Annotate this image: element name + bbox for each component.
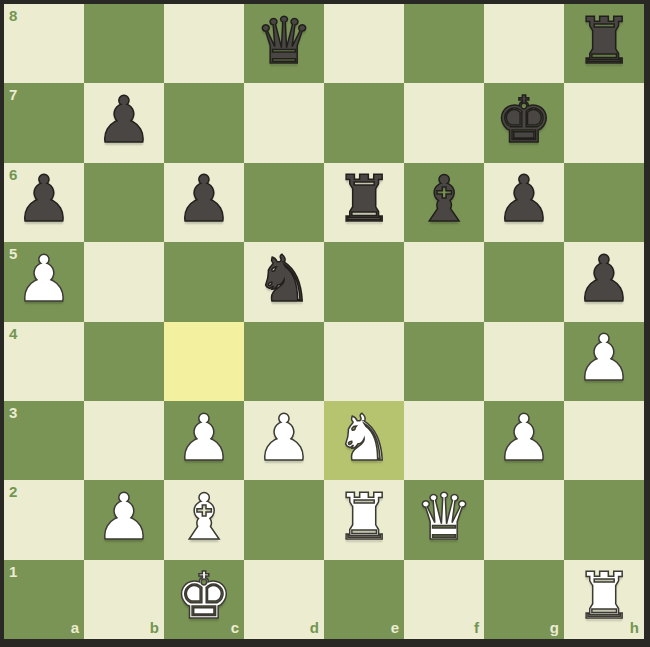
square-e5[interactable] bbox=[324, 242, 404, 321]
black-pawn-g6[interactable]: ♟ bbox=[495, 167, 552, 231]
square-e7[interactable] bbox=[324, 83, 404, 162]
square-f2[interactable]: ♛ bbox=[404, 480, 484, 559]
square-c4[interactable] bbox=[164, 322, 244, 401]
black-pawn-a6[interactable]: ♟ bbox=[15, 167, 72, 231]
square-a3[interactable]: 3 bbox=[4, 401, 84, 480]
square-e1[interactable]: e bbox=[324, 560, 404, 639]
square-h7[interactable] bbox=[564, 83, 644, 162]
square-b4[interactable] bbox=[84, 322, 164, 401]
white-pawn-c3[interactable]: ♟ bbox=[175, 406, 232, 470]
square-g5[interactable] bbox=[484, 242, 564, 321]
file-label-f: f bbox=[474, 620, 479, 635]
white-bishop-c2[interactable]: ♝ bbox=[175, 485, 232, 549]
white-king-c1[interactable]: ♚ bbox=[175, 564, 232, 628]
square-g7[interactable]: ♚ bbox=[484, 83, 564, 162]
rank-label-2: 2 bbox=[9, 484, 17, 499]
file-label-b: b bbox=[150, 620, 159, 635]
black-pawn-c6[interactable]: ♟ bbox=[175, 167, 232, 231]
square-g6[interactable]: ♟ bbox=[484, 163, 564, 242]
square-c5[interactable] bbox=[164, 242, 244, 321]
square-h1[interactable]: h♜ bbox=[564, 560, 644, 639]
white-pawn-d3[interactable]: ♟ bbox=[255, 406, 312, 470]
square-d2[interactable] bbox=[244, 480, 324, 559]
file-label-a: a bbox=[71, 620, 79, 635]
square-f6[interactable]: ♝ bbox=[404, 163, 484, 242]
square-a6[interactable]: 6♟ bbox=[4, 163, 84, 242]
square-f8[interactable] bbox=[404, 4, 484, 83]
square-c2[interactable]: ♝ bbox=[164, 480, 244, 559]
rank-label-3: 3 bbox=[9, 405, 17, 420]
square-a2[interactable]: 2 bbox=[4, 480, 84, 559]
square-g4[interactable] bbox=[484, 322, 564, 401]
square-h6[interactable] bbox=[564, 163, 644, 242]
file-label-g: g bbox=[550, 620, 559, 635]
black-bishop-f6[interactable]: ♝ bbox=[415, 167, 472, 231]
white-knight-e3[interactable]: ♞ bbox=[335, 406, 392, 470]
black-rook-e6[interactable]: ♜ bbox=[335, 167, 392, 231]
square-d7[interactable] bbox=[244, 83, 324, 162]
square-e8[interactable] bbox=[324, 4, 404, 83]
square-b1[interactable]: b bbox=[84, 560, 164, 639]
board-frame: 8♛♜7♟♚6♟♟♜♝♟5♟♞♟4♟3♟♟♞♟2♟♝♜♛1abc♚defgh♜ bbox=[0, 0, 650, 647]
square-h5[interactable]: ♟ bbox=[564, 242, 644, 321]
rank-label-1: 1 bbox=[9, 564, 17, 579]
square-f1[interactable]: f bbox=[404, 560, 484, 639]
white-pawn-b2[interactable]: ♟ bbox=[95, 485, 152, 549]
square-f4[interactable] bbox=[404, 322, 484, 401]
rank-label-4: 4 bbox=[9, 326, 17, 341]
white-rook-e2[interactable]: ♜ bbox=[335, 485, 392, 549]
square-a5[interactable]: 5♟ bbox=[4, 242, 84, 321]
white-pawn-h4[interactable]: ♟ bbox=[575, 326, 632, 390]
square-c6[interactable]: ♟ bbox=[164, 163, 244, 242]
square-h4[interactable]: ♟ bbox=[564, 322, 644, 401]
square-d3[interactable]: ♟ bbox=[244, 401, 324, 480]
white-pawn-g3[interactable]: ♟ bbox=[495, 406, 552, 470]
file-label-d: d bbox=[310, 620, 319, 635]
square-c1[interactable]: c♚ bbox=[164, 560, 244, 639]
white-rook-h1[interactable]: ♜ bbox=[575, 564, 632, 628]
square-b3[interactable] bbox=[84, 401, 164, 480]
square-d6[interactable] bbox=[244, 163, 324, 242]
square-c7[interactable] bbox=[164, 83, 244, 162]
square-c3[interactable]: ♟ bbox=[164, 401, 244, 480]
square-b2[interactable]: ♟ bbox=[84, 480, 164, 559]
square-e6[interactable]: ♜ bbox=[324, 163, 404, 242]
square-d4[interactable] bbox=[244, 322, 324, 401]
square-h2[interactable] bbox=[564, 480, 644, 559]
square-d8[interactable]: ♛ bbox=[244, 4, 324, 83]
black-king-g7[interactable]: ♚ bbox=[495, 88, 552, 152]
rank-label-8: 8 bbox=[9, 8, 17, 23]
black-pawn-b7[interactable]: ♟ bbox=[95, 88, 152, 152]
square-f7[interactable] bbox=[404, 83, 484, 162]
square-a4[interactable]: 4 bbox=[4, 322, 84, 401]
square-e4[interactable] bbox=[324, 322, 404, 401]
file-label-e: e bbox=[391, 620, 399, 635]
square-f3[interactable] bbox=[404, 401, 484, 480]
black-pawn-h5[interactable]: ♟ bbox=[575, 247, 632, 311]
rank-label-7: 7 bbox=[9, 87, 17, 102]
square-f5[interactable] bbox=[404, 242, 484, 321]
square-g3[interactable]: ♟ bbox=[484, 401, 564, 480]
black-queen-d8[interactable]: ♛ bbox=[255, 9, 312, 73]
square-d1[interactable]: d bbox=[244, 560, 324, 639]
square-h3[interactable] bbox=[564, 401, 644, 480]
square-g8[interactable] bbox=[484, 4, 564, 83]
square-e3[interactable]: ♞ bbox=[324, 401, 404, 480]
square-h8[interactable]: ♜ bbox=[564, 4, 644, 83]
square-a7[interactable]: 7 bbox=[4, 83, 84, 162]
square-e2[interactable]: ♜ bbox=[324, 480, 404, 559]
white-queen-f2[interactable]: ♛ bbox=[415, 485, 472, 549]
square-a8[interactable]: 8 bbox=[4, 4, 84, 83]
square-d5[interactable]: ♞ bbox=[244, 242, 324, 321]
square-c8[interactable] bbox=[164, 4, 244, 83]
white-pawn-a5[interactable]: ♟ bbox=[15, 247, 72, 311]
square-g2[interactable] bbox=[484, 480, 564, 559]
black-knight-d5[interactable]: ♞ bbox=[255, 247, 312, 311]
chess-board: 8♛♜7♟♚6♟♟♜♝♟5♟♞♟4♟3♟♟♞♟2♟♝♜♛1abc♚defgh♜ bbox=[4, 4, 644, 639]
black-rook-h8[interactable]: ♜ bbox=[575, 9, 632, 73]
square-b5[interactable] bbox=[84, 242, 164, 321]
square-b7[interactable]: ♟ bbox=[84, 83, 164, 162]
square-b8[interactable] bbox=[84, 4, 164, 83]
square-b6[interactable] bbox=[84, 163, 164, 242]
square-g1[interactable]: g bbox=[484, 560, 564, 639]
square-a1[interactable]: 1a bbox=[4, 560, 84, 639]
